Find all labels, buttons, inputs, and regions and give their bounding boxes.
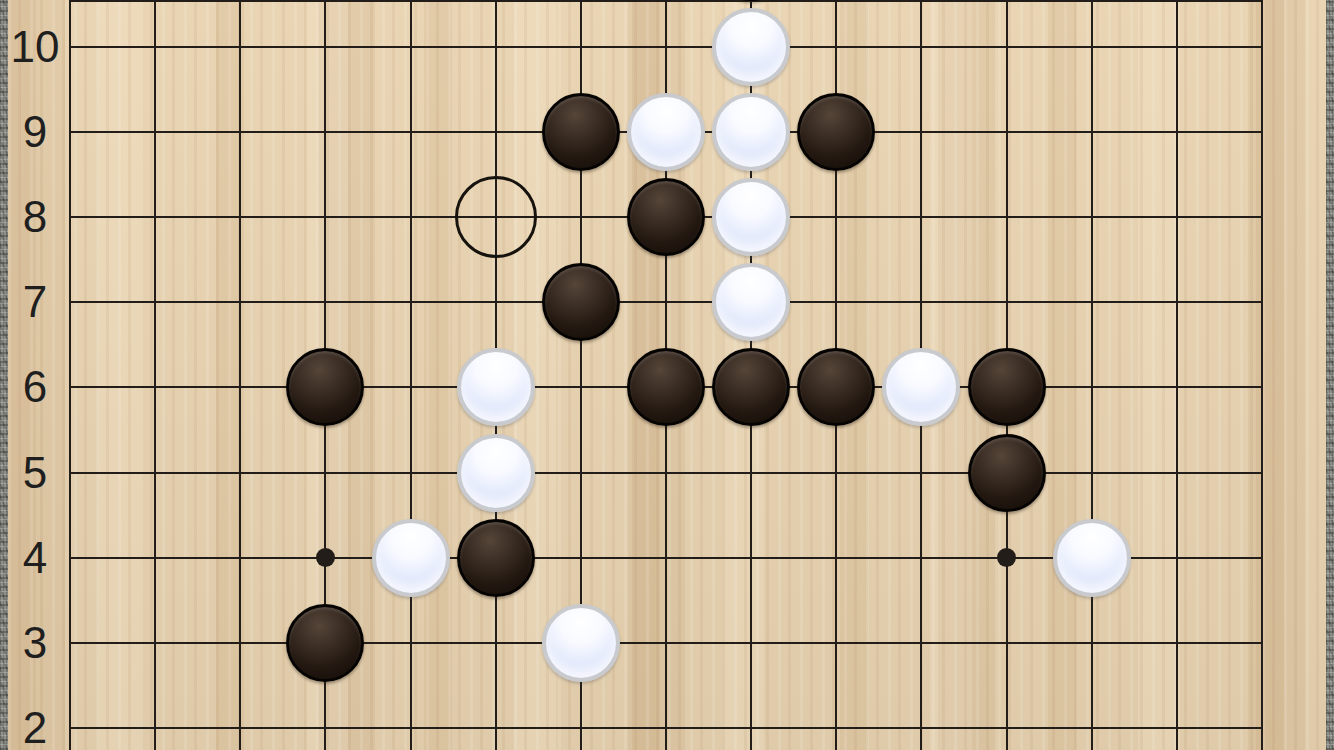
row-label: 4 [0,534,71,582]
stone-white [372,519,450,597]
star-point [997,548,1016,567]
stone-black [542,263,620,341]
stone-white [457,434,535,512]
stone-black [627,178,705,256]
stone-black [968,348,1046,426]
grid-line-horizontal [69,642,1263,644]
grid-line-horizontal [69,472,1263,474]
stone-white [542,604,620,682]
stone-white [882,348,960,426]
grid-line-vertical [410,0,412,750]
row-label: 5 [0,449,71,497]
grid-line-vertical [239,0,241,750]
grid-line-vertical [1261,0,1263,750]
goban[interactable]: 1098765432 [8,0,1326,750]
stone-black [286,604,364,682]
stone-black [712,348,790,426]
stone-black [797,93,875,171]
stone-black [627,348,705,426]
stone-white [712,93,790,171]
circle-annotation [455,176,537,258]
stone-white [712,263,790,341]
row-label: 9 [0,108,71,156]
row-label: 6 [0,363,71,411]
go-app-screen: 1098765432 [0,0,1334,750]
stone-black [968,434,1046,512]
row-label: 7 [0,278,71,326]
row-label: 10 [0,23,71,71]
grid-line-vertical [154,0,156,750]
grid-line-horizontal [69,46,1263,48]
stone-black [542,93,620,171]
row-label: 8 [0,193,71,241]
stone-black [286,348,364,426]
stone-white [627,93,705,171]
stone-black [457,519,535,597]
stone-black [797,348,875,426]
stone-white [712,8,790,86]
board-view-top-edge-line [69,0,1263,2]
stone-white [712,178,790,256]
grid-line-vertical [1176,0,1178,750]
row-label: 2 [0,704,71,750]
grid-line-horizontal [69,301,1263,303]
grid-line-horizontal [69,727,1263,729]
stone-white [457,348,535,426]
background-strip-right [1326,0,1334,750]
stone-white [1053,519,1131,597]
grid-line-vertical [1091,0,1093,750]
row-label: 3 [0,619,71,667]
star-point [316,548,335,567]
